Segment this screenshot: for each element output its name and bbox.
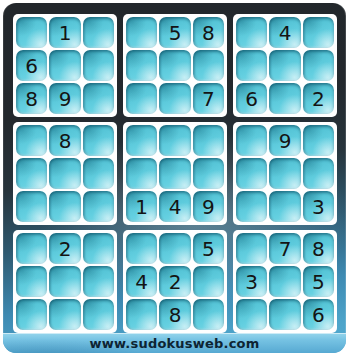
- cell-r7c3[interactable]: [83, 233, 114, 264]
- cell-r5c6[interactable]: [193, 158, 224, 189]
- page: 16895874628149932542878356 www.sudokuswe…: [0, 0, 350, 360]
- cell-r7c1[interactable]: [16, 233, 47, 264]
- cell-r1c1[interactable]: [16, 17, 47, 48]
- cell-r4c3[interactable]: [83, 125, 114, 156]
- cell-r6c5[interactable]: 4: [159, 191, 190, 222]
- cell-r9c9[interactable]: 6: [303, 299, 334, 330]
- cell-r7c2[interactable]: 2: [49, 233, 80, 264]
- cell-r7c4[interactable]: [126, 233, 157, 264]
- cell-r5c4[interactable]: [126, 158, 157, 189]
- cell-r6c1[interactable]: [16, 191, 47, 222]
- cell-r5c8[interactable]: [269, 158, 300, 189]
- cell-r2c2[interactable]: [49, 50, 80, 81]
- cell-r2c5[interactable]: [159, 50, 190, 81]
- box-r1c0: 8: [13, 122, 117, 225]
- cell-r9c8[interactable]: [269, 299, 300, 330]
- cell-r9c5[interactable]: 8: [159, 299, 190, 330]
- cell-r3c8[interactable]: [269, 83, 300, 114]
- cell-r4c5[interactable]: [159, 125, 190, 156]
- cell-r7c9[interactable]: 8: [303, 233, 334, 264]
- cell-r3c7[interactable]: 6: [236, 83, 267, 114]
- cell-r6c3[interactable]: [83, 191, 114, 222]
- cell-r4c2[interactable]: 8: [49, 125, 80, 156]
- box-r0c1: 587: [123, 14, 227, 117]
- cell-r6c9[interactable]: 3: [303, 191, 334, 222]
- cell-r6c4[interactable]: 1: [126, 191, 157, 222]
- cell-r9c4[interactable]: [126, 299, 157, 330]
- box-r0c0: 1689: [13, 14, 117, 117]
- sudoku-grid: 16895874628149932542878356: [13, 14, 337, 333]
- cell-r3c3[interactable]: [83, 83, 114, 114]
- cell-r9c1[interactable]: [16, 299, 47, 330]
- cell-r1c4[interactable]: [126, 17, 157, 48]
- cell-r9c6[interactable]: [193, 299, 224, 330]
- cell-r4c7[interactable]: [236, 125, 267, 156]
- footer-bar: www.sudokusweb.com: [3, 333, 346, 353]
- cell-r7c6[interactable]: 5: [193, 233, 224, 264]
- cell-r7c7[interactable]: [236, 233, 267, 264]
- cell-r3c2[interactable]: 9: [49, 83, 80, 114]
- cell-r2c9[interactable]: [303, 50, 334, 81]
- cell-r9c2[interactable]: [49, 299, 80, 330]
- cell-r2c8[interactable]: [269, 50, 300, 81]
- cell-r5c1[interactable]: [16, 158, 47, 189]
- cell-r2c6[interactable]: [193, 50, 224, 81]
- cell-r4c1[interactable]: [16, 125, 47, 156]
- cell-r3c4[interactable]: [126, 83, 157, 114]
- cell-r6c7[interactable]: [236, 191, 267, 222]
- cell-r6c2[interactable]: [49, 191, 80, 222]
- cell-r9c3[interactable]: [83, 299, 114, 330]
- cell-r6c6[interactable]: 9: [193, 191, 224, 222]
- cell-r1c7[interactable]: [236, 17, 267, 48]
- cell-r1c6[interactable]: 8: [193, 17, 224, 48]
- cell-r8c2[interactable]: [49, 266, 80, 297]
- cell-r1c2[interactable]: 1: [49, 17, 80, 48]
- cell-r5c9[interactable]: [303, 158, 334, 189]
- cell-r8c1[interactable]: [16, 266, 47, 297]
- cell-r6c8[interactable]: [269, 191, 300, 222]
- cell-r4c8[interactable]: 9: [269, 125, 300, 156]
- cell-r3c9[interactable]: 2: [303, 83, 334, 114]
- cell-r9c7[interactable]: [236, 299, 267, 330]
- cell-r5c5[interactable]: [159, 158, 190, 189]
- cell-r1c9[interactable]: [303, 17, 334, 48]
- cell-r8c8[interactable]: [269, 266, 300, 297]
- cell-r8c4[interactable]: 4: [126, 266, 157, 297]
- cell-r5c2[interactable]: [49, 158, 80, 189]
- cell-r5c7[interactable]: [236, 158, 267, 189]
- cell-r3c6[interactable]: 7: [193, 83, 224, 114]
- cell-r1c8[interactable]: 4: [269, 17, 300, 48]
- cell-r4c9[interactable]: [303, 125, 334, 156]
- cell-r8c7[interactable]: 3: [236, 266, 267, 297]
- box-r2c1: 5428: [123, 230, 227, 333]
- box-r2c0: 2: [13, 230, 117, 333]
- cell-r8c5[interactable]: 2: [159, 266, 190, 297]
- site-link[interactable]: www.sudokusweb.com: [90, 336, 260, 351]
- cell-r8c6[interactable]: [193, 266, 224, 297]
- cell-r4c4[interactable]: [126, 125, 157, 156]
- box-r2c2: 78356: [233, 230, 337, 333]
- cell-r1c3[interactable]: [83, 17, 114, 48]
- cell-r1c5[interactable]: 5: [159, 17, 190, 48]
- sudoku-board: 16895874628149932542878356 www.sudokuswe…: [3, 3, 346, 353]
- box-r0c2: 462: [233, 14, 337, 117]
- cell-r2c1[interactable]: 6: [16, 50, 47, 81]
- cell-r8c9[interactable]: 5: [303, 266, 334, 297]
- cell-r2c4[interactable]: [126, 50, 157, 81]
- cell-r5c3[interactable]: [83, 158, 114, 189]
- cell-r3c1[interactable]: 8: [16, 83, 47, 114]
- box-r1c2: 93: [233, 122, 337, 225]
- cell-r3c5[interactable]: [159, 83, 190, 114]
- cell-r4c6[interactable]: [193, 125, 224, 156]
- cell-r7c5[interactable]: [159, 233, 190, 264]
- cell-r7c8[interactable]: 7: [269, 233, 300, 264]
- cell-r2c3[interactable]: [83, 50, 114, 81]
- cell-r8c3[interactable]: [83, 266, 114, 297]
- box-r1c1: 149: [123, 122, 227, 225]
- cell-r2c7[interactable]: [236, 50, 267, 81]
